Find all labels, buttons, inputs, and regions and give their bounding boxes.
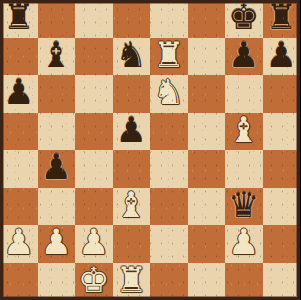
- piece-black-queen-g3[interactable]: ♛: [228, 187, 259, 225]
- square-d7[interactable]: ♞: [113, 38, 151, 76]
- square-g7[interactable]: ♟: [225, 38, 263, 76]
- piece-white-bishop-d3[interactable]: ♝: [116, 187, 147, 225]
- square-h3[interactable]: [263, 188, 301, 226]
- piece-black-pawn-h7[interactable]: ♟: [266, 37, 297, 75]
- square-f1[interactable]: [188, 263, 226, 300]
- square-c4[interactable]: [75, 150, 113, 188]
- square-h5[interactable]: [263, 113, 301, 151]
- piece-white-bishop-g5[interactable]: ♝: [228, 112, 259, 150]
- square-c2[interactable]: ♟: [75, 225, 113, 263]
- square-g3[interactable]: ♛: [225, 188, 263, 226]
- square-h1[interactable]: [263, 263, 301, 300]
- square-e6[interactable]: ♞: [150, 75, 188, 113]
- square-d8[interactable]: [113, 0, 151, 38]
- piece-black-king-g8[interactable]: ♚: [228, 0, 259, 37]
- square-g1[interactable]: [225, 263, 263, 300]
- piece-black-rook-a8[interactable]: ♜: [3, 0, 34, 37]
- square-a5[interactable]: [0, 113, 38, 151]
- square-c8[interactable]: [75, 0, 113, 38]
- square-a1[interactable]: [0, 263, 38, 300]
- square-h2[interactable]: [263, 225, 301, 263]
- piece-white-pawn-g2[interactable]: ♟: [228, 224, 259, 262]
- square-c7[interactable]: [75, 38, 113, 76]
- piece-white-pawn-c2[interactable]: ♟: [78, 224, 109, 262]
- square-f4[interactable]: [188, 150, 226, 188]
- square-f6[interactable]: [188, 75, 226, 113]
- piece-black-pawn-d5[interactable]: ♟: [116, 112, 147, 150]
- square-e7[interactable]: ♜: [150, 38, 188, 76]
- piece-white-pawn-b2[interactable]: ♟: [41, 224, 72, 262]
- square-a6[interactable]: ♟: [0, 75, 38, 113]
- square-e4[interactable]: [150, 150, 188, 188]
- piece-black-pawn-g7[interactable]: ♟: [228, 37, 259, 75]
- square-b4[interactable]: ♟: [38, 150, 76, 188]
- piece-white-rook-e7[interactable]: ♜: [153, 37, 184, 75]
- square-g4[interactable]: [225, 150, 263, 188]
- chess-board: ♜♚♜♝♞♜♟♟♟♞♟♝♟♝♛♟♟♟♟♚♜: [0, 0, 300, 300]
- square-b2[interactable]: ♟: [38, 225, 76, 263]
- square-f7[interactable]: [188, 38, 226, 76]
- piece-black-rook-h8[interactable]: ♜: [266, 0, 297, 37]
- square-b7[interactable]: ♝: [38, 38, 76, 76]
- piece-white-knight-e6[interactable]: ♞: [153, 74, 184, 112]
- square-g8[interactable]: ♚: [225, 0, 263, 38]
- piece-black-knight-d7[interactable]: ♞: [116, 37, 147, 75]
- piece-white-rook-d1[interactable]: ♜: [116, 262, 147, 300]
- square-e3[interactable]: [150, 188, 188, 226]
- square-d5[interactable]: ♟: [113, 113, 151, 151]
- square-g2[interactable]: ♟: [225, 225, 263, 263]
- square-g5[interactable]: ♝: [225, 113, 263, 151]
- square-h7[interactable]: ♟: [263, 38, 301, 76]
- square-a8[interactable]: ♜: [0, 0, 38, 38]
- square-b1[interactable]: [38, 263, 76, 300]
- square-d3[interactable]: ♝: [113, 188, 151, 226]
- square-h6[interactable]: [263, 75, 301, 113]
- square-c5[interactable]: [75, 113, 113, 151]
- square-d4[interactable]: [113, 150, 151, 188]
- piece-black-pawn-a6[interactable]: ♟: [3, 74, 34, 112]
- square-a3[interactable]: [0, 188, 38, 226]
- square-f2[interactable]: [188, 225, 226, 263]
- square-c6[interactable]: [75, 75, 113, 113]
- square-f3[interactable]: [188, 188, 226, 226]
- square-h4[interactable]: [263, 150, 301, 188]
- square-b5[interactable]: [38, 113, 76, 151]
- piece-black-pawn-b4[interactable]: ♟: [41, 149, 72, 187]
- square-a4[interactable]: [0, 150, 38, 188]
- square-c3[interactable]: [75, 188, 113, 226]
- square-b8[interactable]: [38, 0, 76, 38]
- square-d2[interactable]: [113, 225, 151, 263]
- square-d6[interactable]: [113, 75, 151, 113]
- square-e1[interactable]: [150, 263, 188, 300]
- square-d1[interactable]: ♜: [113, 263, 151, 300]
- piece-white-pawn-a2[interactable]: ♟: [3, 224, 34, 262]
- square-f5[interactable]: [188, 113, 226, 151]
- square-b3[interactable]: [38, 188, 76, 226]
- square-a7[interactable]: [0, 38, 38, 76]
- square-h8[interactable]: ♜: [263, 0, 301, 38]
- square-e8[interactable]: [150, 0, 188, 38]
- piece-black-bishop-b7[interactable]: ♝: [41, 37, 72, 75]
- square-b6[interactable]: [38, 75, 76, 113]
- square-a2[interactable]: ♟: [0, 225, 38, 263]
- board-grid: ♜♚♜♝♞♜♟♟♟♞♟♝♟♝♛♟♟♟♟♚♜: [0, 0, 300, 300]
- square-c1[interactable]: ♚: [75, 263, 113, 300]
- square-e5[interactable]: [150, 113, 188, 151]
- piece-white-king-c1[interactable]: ♚: [78, 262, 109, 300]
- square-e2[interactable]: [150, 225, 188, 263]
- square-f8[interactable]: [188, 0, 226, 38]
- square-g6[interactable]: [225, 75, 263, 113]
